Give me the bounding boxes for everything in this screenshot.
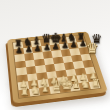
square-c7[interactable]: ♟ — [32, 46, 42, 53]
spare-piece-white-queen[interactable]: ♛ — [86, 41, 99, 55]
piece-black-pawn[interactable]: ♟ — [51, 42, 60, 50]
square-b5[interactable] — [25, 59, 35, 67]
piece-black-pawn[interactable]: ♟ — [33, 44, 42, 52]
square-d7[interactable]: ♟ — [41, 45, 51, 52]
piece-white-bishop[interactable]: ♝ — [40, 82, 50, 94]
chess-set-photo: ♜♞♝♛♚♝♞♜♟♟♟♟♟♟♟♟♟♟♟♟♟♟♟♟♜♞♝♛♚♝♞♜ ♛♛ — [0, 0, 110, 110]
piece-black-pawn[interactable]: ♟ — [60, 41, 69, 49]
piece-white-rook[interactable]: ♜ — [19, 86, 29, 96]
square-b7[interactable]: ♟ — [23, 47, 33, 54]
piece-white-queen[interactable]: ♛ — [50, 79, 60, 92]
piece-black-pawn[interactable]: ♟ — [14, 46, 23, 54]
piece-white-knight[interactable]: ♞ — [80, 78, 90, 89]
piece-black-pawn[interactable]: ♟ — [42, 43, 51, 51]
piece-black-pawn[interactable]: ♟ — [69, 40, 78, 48]
spare-pieces-tray: ♛♛ — [82, 33, 110, 65]
piece-white-knight[interactable]: ♞ — [30, 84, 40, 95]
piece-white-rook[interactable]: ♜ — [90, 78, 100, 88]
square-a1[interactable]: ♜ — [19, 89, 30, 98]
piece-black-pawn[interactable]: ♟ — [24, 45, 33, 53]
square-b1[interactable]: ♞ — [29, 88, 40, 97]
square-f7[interactable]: ♟ — [59, 43, 69, 50]
square-a7[interactable]: ♟ — [14, 48, 24, 55]
